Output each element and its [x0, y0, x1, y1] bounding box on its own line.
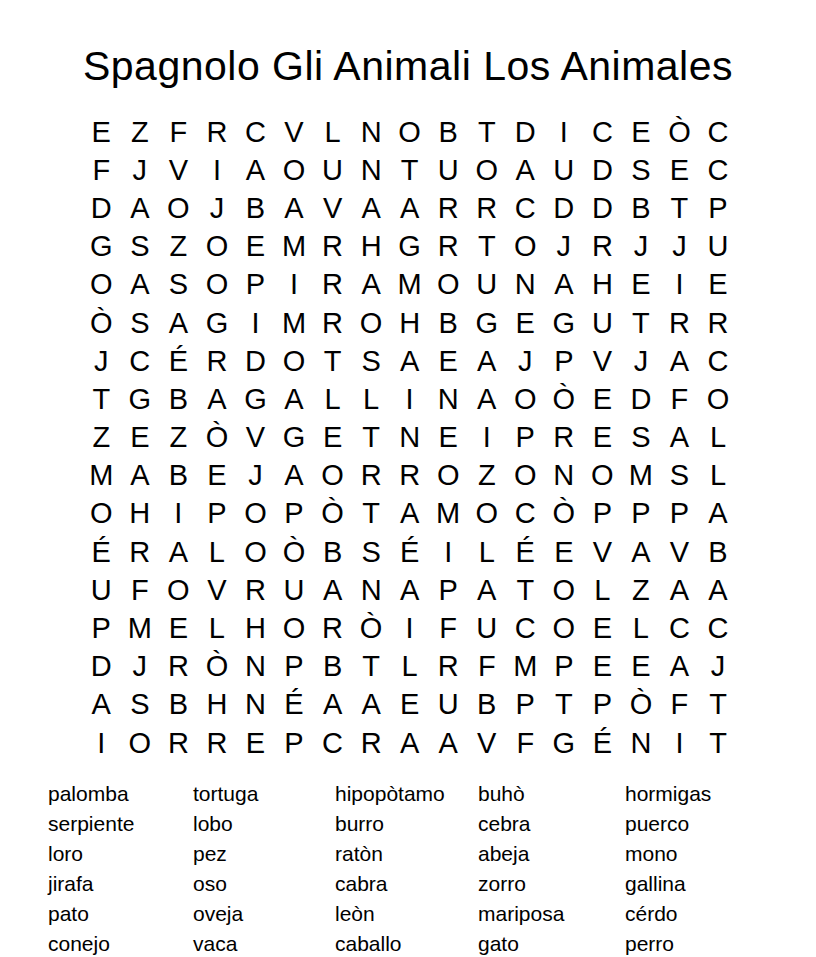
grid-cell[interactable]: S [159, 266, 198, 304]
grid-cell[interactable]: U [545, 151, 584, 189]
grid-cell[interactable]: E [622, 113, 661, 151]
grid-cell[interactable]: I [390, 609, 429, 647]
grid-cell[interactable]: S [622, 419, 661, 457]
grid-cell[interactable]: J [82, 342, 121, 380]
word-list-item[interactable]: mono [625, 839, 765, 869]
grid-cell[interactable]: R [313, 609, 352, 647]
grid-cell[interactable]: T [467, 228, 506, 266]
grid-cell[interactable]: V [236, 419, 275, 457]
grid-cell[interactable]: C [699, 609, 738, 647]
grid-cell[interactable]: Ò [622, 686, 661, 724]
word-list-item[interactable]: perro [625, 929, 765, 957]
grid-cell[interactable]: C [236, 113, 275, 151]
word-list-item[interactable]: hormigas [625, 779, 765, 809]
grid-cell[interactable]: Z [467, 457, 506, 495]
grid-cell[interactable]: E [121, 419, 160, 457]
grid-cell[interactable]: F [506, 724, 545, 762]
grid-cell[interactable]: É [275, 686, 314, 724]
grid-cell[interactable]: N [545, 457, 584, 495]
grid-cell[interactable]: U [467, 266, 506, 304]
grid-cell[interactable]: P [275, 648, 314, 686]
grid-cell[interactable]: F [159, 113, 198, 151]
grid-cell[interactable]: I [275, 266, 314, 304]
grid-cell[interactable]: R [198, 724, 237, 762]
grid-cell[interactable]: D [82, 648, 121, 686]
grid-cell[interactable]: P [699, 189, 738, 227]
grid-cell[interactable]: O [236, 495, 275, 533]
grid-cell[interactable]: E [583, 419, 622, 457]
grid-cell[interactable]: P [275, 724, 314, 762]
grid-cell[interactable]: A [390, 189, 429, 227]
word-list-item[interactable]: caballo [335, 929, 478, 957]
word-list-item[interactable]: gallina [625, 869, 765, 899]
grid-cell[interactable]: M [275, 228, 314, 266]
grid-cell[interactable]: É [390, 533, 429, 571]
grid-cell[interactable]: Ò [545, 495, 584, 533]
word-list-item[interactable]: cérdo [625, 899, 765, 929]
grid-cell[interactable]: U [583, 304, 622, 342]
grid-cell[interactable]: G [275, 419, 314, 457]
grid-cell[interactable]: L [583, 571, 622, 609]
grid-cell[interactable]: A [275, 457, 314, 495]
grid-cell[interactable]: L [313, 380, 352, 418]
grid-cell[interactable]: M [275, 304, 314, 342]
grid-cell[interactable]: A [313, 686, 352, 724]
grid-cell[interactable]: A [467, 342, 506, 380]
grid-cell[interactable]: O [82, 495, 121, 533]
grid-cell[interactable]: P [275, 495, 314, 533]
grid-cell[interactable]: E [236, 724, 275, 762]
grid-cell[interactable]: D [506, 113, 545, 151]
grid-cell[interactable]: I [660, 266, 699, 304]
grid-cell[interactable]: T [467, 113, 506, 151]
grid-cell[interactable]: É [506, 533, 545, 571]
word-list-item[interactable]: cebra [478, 809, 625, 839]
grid-cell[interactable]: O [275, 342, 314, 380]
grid-cell[interactable]: G [121, 380, 160, 418]
grid-cell[interactable]: I [159, 495, 198, 533]
word-list-item[interactable]: pez [193, 839, 335, 869]
grid-cell[interactable]: C [506, 609, 545, 647]
grid-cell[interactable]: P [622, 495, 661, 533]
grid-cell[interactable]: V [660, 533, 699, 571]
grid-cell[interactable]: H [121, 495, 160, 533]
word-list-item[interactable]: zorro [478, 869, 625, 899]
grid-cell[interactable]: Z [622, 571, 661, 609]
grid-cell[interactable]: M [82, 457, 121, 495]
grid-cell[interactable]: F [660, 686, 699, 724]
grid-cell[interactable]: U [467, 609, 506, 647]
grid-cell[interactable]: O [82, 266, 121, 304]
grid-cell[interactable]: R [429, 648, 468, 686]
grid-cell[interactable]: M [390, 266, 429, 304]
grid-cell[interactable]: A [82, 686, 121, 724]
grid-cell[interactable]: O [545, 571, 584, 609]
grid-cell[interactable]: I [236, 304, 275, 342]
grid-cell[interactable]: N [352, 571, 391, 609]
grid-cell[interactable]: O [467, 495, 506, 533]
grid-cell[interactable]: Ò [82, 304, 121, 342]
grid-cell[interactable]: O [159, 571, 198, 609]
grid-cell[interactable]: O [699, 380, 738, 418]
grid-cell[interactable]: Z [82, 419, 121, 457]
grid-cell[interactable]: P [545, 648, 584, 686]
grid-cell[interactable]: V [275, 113, 314, 151]
grid-cell[interactable]: P [82, 609, 121, 647]
grid-cell[interactable]: U [699, 228, 738, 266]
grid-cell[interactable]: T [352, 419, 391, 457]
grid-cell[interactable]: P [198, 495, 237, 533]
grid-cell[interactable]: F [82, 151, 121, 189]
word-list-item[interactable]: tortuga [193, 779, 335, 809]
grid-cell[interactable]: N [352, 113, 391, 151]
grid-cell[interactable]: C [121, 342, 160, 380]
grid-cell[interactable]: T [390, 151, 429, 189]
grid-cell[interactable]: É [583, 724, 622, 762]
grid-cell[interactable]: L [390, 648, 429, 686]
grid-cell[interactable]: Z [159, 419, 198, 457]
grid-cell[interactable]: A [121, 266, 160, 304]
word-list-item[interactable]: vaca [193, 929, 335, 957]
grid-cell[interactable]: C [699, 342, 738, 380]
word-list-item[interactable]: buhò [478, 779, 625, 809]
grid-cell[interactable]: M [429, 495, 468, 533]
grid-cell[interactable]: A [236, 151, 275, 189]
grid-cell[interactable]: O [506, 457, 545, 495]
grid-cell[interactable]: S [622, 151, 661, 189]
grid-cell[interactable]: R [313, 228, 352, 266]
grid-cell[interactable]: E [429, 342, 468, 380]
grid-cell[interactable]: E [429, 419, 468, 457]
word-list-item[interactable]: palomba [48, 779, 193, 809]
grid-cell[interactable]: V [467, 724, 506, 762]
grid-cell[interactable]: E [198, 457, 237, 495]
grid-cell[interactable]: R [429, 228, 468, 266]
grid-cell[interactable]: I [545, 113, 584, 151]
grid-cell[interactable]: O [429, 457, 468, 495]
grid-cell[interactable]: H [583, 266, 622, 304]
grid-cell[interactable]: A [660, 342, 699, 380]
word-list-item[interactable]: loro [48, 839, 193, 869]
grid-cell[interactable]: R [352, 724, 391, 762]
grid-cell[interactable]: A [429, 724, 468, 762]
grid-cell[interactable]: Ò [313, 495, 352, 533]
grid-cell[interactable]: R [313, 304, 352, 342]
grid-cell[interactable]: I [429, 533, 468, 571]
grid-cell[interactable]: E [583, 648, 622, 686]
grid-cell[interactable]: G [198, 304, 237, 342]
grid-cell[interactable]: C [313, 724, 352, 762]
grid-cell[interactable]: B [313, 533, 352, 571]
grid-cell[interactable]: F [121, 571, 160, 609]
grid-cell[interactable]: G [390, 228, 429, 266]
word-list-item[interactable]: jirafa [48, 869, 193, 899]
grid-cell[interactable]: P [583, 686, 622, 724]
grid-cell[interactable]: O [159, 189, 198, 227]
grid-cell[interactable]: H [390, 304, 429, 342]
grid-cell[interactable]: R [429, 189, 468, 227]
grid-cell[interactable]: E [313, 419, 352, 457]
grid-cell[interactable]: A [352, 189, 391, 227]
grid-cell[interactable]: D [583, 189, 622, 227]
grid-cell[interactable]: O [121, 724, 160, 762]
grid-cell[interactable]: N [352, 151, 391, 189]
word-list-item[interactable]: mariposa [478, 899, 625, 929]
grid-cell[interactable]: O [275, 609, 314, 647]
grid-cell[interactable]: A [699, 495, 738, 533]
grid-cell[interactable]: R [236, 571, 275, 609]
grid-cell[interactable]: A [121, 189, 160, 227]
grid-cell[interactable]: G [467, 304, 506, 342]
grid-cell[interactable]: P [660, 495, 699, 533]
grid-cell[interactable]: R [198, 113, 237, 151]
grid-cell[interactable]: L [198, 533, 237, 571]
grid-cell[interactable]: R [699, 304, 738, 342]
grid-cell[interactable]: J [236, 457, 275, 495]
grid-cell[interactable]: R [545, 419, 584, 457]
grid-cell[interactable]: T [506, 571, 545, 609]
grid-cell[interactable]: M [506, 648, 545, 686]
grid-cell[interactable]: F [467, 648, 506, 686]
grid-cell[interactable]: J [622, 342, 661, 380]
grid-cell[interactable]: O [198, 228, 237, 266]
grid-cell[interactable]: J [622, 228, 661, 266]
word-list-item[interactable]: oveja [193, 899, 335, 929]
grid-cell[interactable]: A [275, 189, 314, 227]
grid-cell[interactable]: N [506, 266, 545, 304]
grid-cell[interactable]: O [313, 457, 352, 495]
grid-cell[interactable]: M [622, 457, 661, 495]
grid-cell[interactable]: O [198, 266, 237, 304]
word-list-item[interactable]: oso [193, 869, 335, 899]
grid-cell[interactable]: M [121, 609, 160, 647]
grid-cell[interactable]: S [352, 342, 391, 380]
grid-cell[interactable]: A [159, 533, 198, 571]
grid-cell[interactable]: A [198, 380, 237, 418]
grid-cell[interactable]: O [506, 380, 545, 418]
grid-cell[interactable]: S [121, 686, 160, 724]
grid-cell[interactable]: Z [159, 228, 198, 266]
grid-cell[interactable]: P [506, 686, 545, 724]
grid-cell[interactable]: L [622, 609, 661, 647]
grid-cell[interactable]: J [699, 648, 738, 686]
grid-cell[interactable]: Ò [275, 533, 314, 571]
grid-cell[interactable]: G [236, 380, 275, 418]
word-list-item[interactable]: gato [478, 929, 625, 957]
grid-cell[interactable]: J [121, 648, 160, 686]
word-list-item[interactable]: serpiente [48, 809, 193, 839]
grid-cell[interactable]: O [390, 113, 429, 151]
grid-cell[interactable]: L [352, 380, 391, 418]
grid-cell[interactable]: P [506, 419, 545, 457]
grid-cell[interactable]: T [660, 189, 699, 227]
word-list-item[interactable]: burro [335, 809, 478, 839]
grid-cell[interactable]: N [236, 648, 275, 686]
grid-cell[interactable]: P [545, 342, 584, 380]
word-list-item[interactable]: puerco [625, 809, 765, 839]
grid-cell[interactable]: S [121, 228, 160, 266]
grid-cell[interactable]: R [583, 228, 622, 266]
grid-cell[interactable]: R [159, 724, 198, 762]
grid-cell[interactable]: B [159, 380, 198, 418]
grid-cell[interactable]: E [622, 648, 661, 686]
grid-cell[interactable]: C [506, 189, 545, 227]
grid-cell[interactable]: A [660, 571, 699, 609]
grid-cell[interactable]: I [82, 724, 121, 762]
grid-cell[interactable]: F [660, 380, 699, 418]
grid-cell[interactable]: G [82, 228, 121, 266]
grid-cell[interactable]: C [583, 113, 622, 151]
grid-cell[interactable]: E [545, 533, 584, 571]
grid-cell[interactable]: A [352, 266, 391, 304]
grid-cell[interactable]: O [236, 533, 275, 571]
grid-cell[interactable]: C [506, 495, 545, 533]
grid-cell[interactable]: Ò [545, 380, 584, 418]
grid-cell[interactable]: B [313, 648, 352, 686]
word-list-item[interactable]: conejo [48, 929, 193, 957]
grid-cell[interactable]: T [545, 686, 584, 724]
grid-cell[interactable]: S [121, 304, 160, 342]
grid-cell[interactable]: C [660, 609, 699, 647]
grid-cell[interactable]: R [390, 457, 429, 495]
grid-cell[interactable]: H [352, 228, 391, 266]
grid-cell[interactable]: A [275, 380, 314, 418]
grid-cell[interactable]: A [660, 648, 699, 686]
grid-cell[interactable]: Ò [198, 419, 237, 457]
grid-cell[interactable]: E [622, 266, 661, 304]
grid-cell[interactable]: V [583, 342, 622, 380]
grid-cell[interactable]: A [313, 571, 352, 609]
grid-cell[interactable]: Z [121, 113, 160, 151]
grid-cell[interactable]: A [352, 686, 391, 724]
grid-cell[interactable]: U [429, 686, 468, 724]
grid-cell[interactable]: I [660, 724, 699, 762]
grid-cell[interactable]: D [236, 342, 275, 380]
grid-cell[interactable]: B [429, 113, 468, 151]
grid-cell[interactable]: U [313, 151, 352, 189]
grid-cell[interactable]: T [699, 724, 738, 762]
grid-cell[interactable]: L [467, 533, 506, 571]
word-list-item[interactable]: abeja [478, 839, 625, 869]
grid-cell[interactable]: O [506, 228, 545, 266]
grid-cell[interactable]: A [467, 571, 506, 609]
grid-cell[interactable]: N [429, 380, 468, 418]
grid-cell[interactable]: A [159, 304, 198, 342]
grid-cell[interactable]: C [699, 151, 738, 189]
grid-cell[interactable]: T [82, 380, 121, 418]
word-list-item[interactable]: ratòn [335, 839, 478, 869]
grid-cell[interactable]: T [622, 304, 661, 342]
grid-cell[interactable]: Ò [352, 609, 391, 647]
grid-cell[interactable]: O [429, 266, 468, 304]
grid-cell[interactable]: V [198, 571, 237, 609]
grid-cell[interactable]: L [313, 113, 352, 151]
grid-cell[interactable]: T [352, 495, 391, 533]
grid-cell[interactable]: F [429, 609, 468, 647]
grid-cell[interactable]: D [545, 189, 584, 227]
grid-cell[interactable]: R [313, 266, 352, 304]
grid-cell[interactable]: U [275, 571, 314, 609]
grid-cell[interactable]: A [467, 380, 506, 418]
grid-cell[interactable]: L [699, 457, 738, 495]
grid-cell[interactable]: R [159, 648, 198, 686]
grid-cell[interactable]: É [82, 533, 121, 571]
grid-cell[interactable]: V [313, 189, 352, 227]
grid-cell[interactable]: A [622, 533, 661, 571]
grid-cell[interactable]: G [545, 724, 584, 762]
grid-cell[interactable]: A [390, 495, 429, 533]
grid-cell[interactable]: D [82, 189, 121, 227]
grid-cell[interactable]: I [198, 151, 237, 189]
word-list-item[interactable]: leòn [335, 899, 478, 929]
grid-cell[interactable]: O [583, 457, 622, 495]
grid-cell[interactable]: U [82, 571, 121, 609]
grid-cell[interactable]: V [583, 533, 622, 571]
grid-cell[interactable]: O [275, 151, 314, 189]
grid-cell[interactable]: E [390, 686, 429, 724]
grid-cell[interactable]: D [622, 380, 661, 418]
grid-cell[interactable]: H [236, 609, 275, 647]
grid-cell[interactable]: B [159, 457, 198, 495]
word-list-item[interactable]: cabra [335, 869, 478, 899]
grid-cell[interactable]: A [390, 571, 429, 609]
grid-cell[interactable]: E [506, 304, 545, 342]
grid-cell[interactable]: E [583, 380, 622, 418]
grid-cell[interactable]: Ò [660, 113, 699, 151]
grid-cell[interactable]: J [198, 189, 237, 227]
grid-cell[interactable]: B [699, 533, 738, 571]
grid-cell[interactable]: A [506, 151, 545, 189]
grid-cell[interactable]: P [583, 495, 622, 533]
grid-cell[interactable]: B [622, 189, 661, 227]
grid-cell[interactable]: E [660, 151, 699, 189]
grid-cell[interactable]: A [390, 724, 429, 762]
grid-cell[interactable]: O [467, 151, 506, 189]
grid-cell[interactable]: E [699, 266, 738, 304]
grid-cell[interactable]: D [583, 151, 622, 189]
grid-cell[interactable]: E [82, 113, 121, 151]
grid-cell[interactable]: T [313, 342, 352, 380]
grid-cell[interactable]: B [159, 686, 198, 724]
word-list-item[interactable]: hipopòtamo [335, 779, 478, 809]
grid-cell[interactable]: I [390, 380, 429, 418]
grid-cell[interactable]: E [236, 228, 275, 266]
grid-cell[interactable]: É [159, 342, 198, 380]
grid-cell[interactable]: A [545, 266, 584, 304]
grid-cell[interactable]: N [236, 686, 275, 724]
grid-cell[interactable]: N [622, 724, 661, 762]
grid-cell[interactable]: R [660, 304, 699, 342]
grid-cell[interactable]: H [198, 686, 237, 724]
grid-cell[interactable]: A [699, 571, 738, 609]
grid-cell[interactable]: T [699, 686, 738, 724]
grid-cell[interactable]: J [121, 151, 160, 189]
grid-cell[interactable]: J [660, 228, 699, 266]
grid-cell[interactable]: R [352, 457, 391, 495]
grid-cell[interactable]: V [159, 151, 198, 189]
grid-cell[interactable]: O [545, 609, 584, 647]
grid-cell[interactable]: L [198, 609, 237, 647]
word-list-item[interactable]: lobo [193, 809, 335, 839]
word-list-item[interactable]: pato [48, 899, 193, 929]
grid-cell[interactable]: J [506, 342, 545, 380]
grid-cell[interactable]: T [352, 648, 391, 686]
grid-cell[interactable]: O [352, 304, 391, 342]
grid-cell[interactable]: N [390, 419, 429, 457]
grid-cell[interactable]: P [429, 571, 468, 609]
grid-cell[interactable]: I [467, 419, 506, 457]
grid-cell[interactable]: S [352, 533, 391, 571]
